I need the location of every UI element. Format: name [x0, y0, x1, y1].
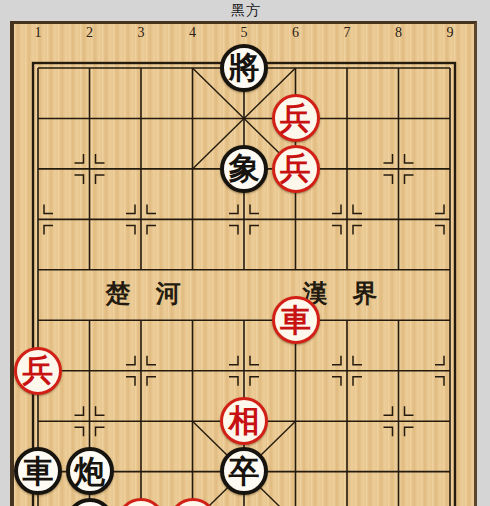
piece-black-卒-5-9[interactable]: 卒 — [220, 447, 268, 495]
column-number-8: 8 — [395, 25, 402, 41]
column-number-1: 1 — [35, 25, 42, 41]
column-number-2: 2 — [86, 25, 93, 41]
column-number-4: 4 — [189, 25, 196, 41]
column-number-9: 9 — [447, 25, 454, 41]
piece-red-車-6-6[interactable]: 車 — [272, 296, 320, 344]
black-side-label: 黑方 — [231, 2, 261, 20]
piece-black-象-5-3[interactable]: 象 — [220, 145, 268, 193]
piece-black-將-5-1[interactable]: 將 — [220, 44, 268, 92]
piece-red-兵-6-2[interactable]: 兵 — [272, 94, 320, 142]
column-number-6: 6 — [292, 25, 299, 41]
piece-red-unknown-3-10[interactable] — [117, 498, 165, 506]
piece-grid[interactable]: 將兵象兵車兵相車炮卒 — [12, 43, 476, 506]
piece-black-unknown-2-10[interactable] — [66, 498, 114, 506]
column-number-5: 5 — [241, 25, 248, 41]
piece-red-兵-6-3[interactable]: 兵 — [272, 145, 320, 193]
piece-red-unknown-4-10[interactable] — [169, 498, 217, 506]
piece-red-兵-1-7[interactable]: 兵 — [14, 347, 62, 395]
xiangqi-screen: 黑方 123456789 楚 河 漢 界 將兵象兵車兵相車炮卒 — [0, 0, 490, 506]
piece-red-相-5-8[interactable]: 相 — [220, 397, 268, 445]
piece-black-車-1-9[interactable]: 車 — [14, 447, 62, 495]
piece-black-炮-2-9[interactable]: 炮 — [66, 447, 114, 495]
column-number-3: 3 — [138, 25, 145, 41]
column-number-7: 7 — [344, 25, 351, 41]
